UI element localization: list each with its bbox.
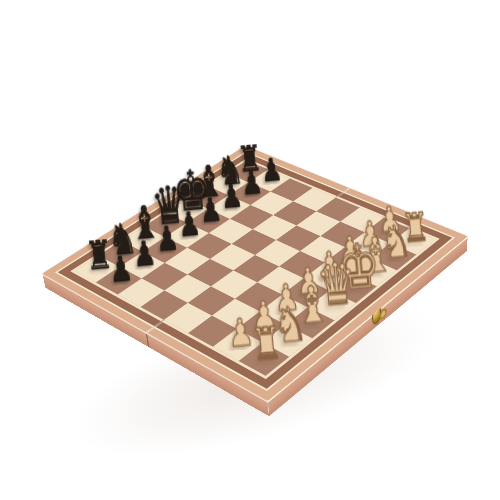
inner-cream-border: ♜♞♝♛♚♝♞♜♟♟♟♟♟♟♟♟♟♟♟♟♟♟♟♟♜♞♝♛♚♝♞♜: [70, 159, 439, 379]
scene: ♜♞♝♛♚♝♞♜♟♟♟♟♟♟♟♟♟♟♟♟♟♟♟♟♜♞♝♛♚♝♞♜: [91, 91, 418, 418]
fold-seam-side: [146, 334, 150, 348]
brown-frame-band: ♜♞♝♛♚♝♞♜♟♟♟♟♟♟♟♟♟♟♟♟♟♟♟♟♜♞♝♛♚♝♞♜: [58, 153, 452, 389]
product-photo: ♜♞♝♛♚♝♞♜♟♟♟♟♟♟♟♟♟♟♟♟♟♟♟♟♜♞♝♛♚♝♞♜: [0, 0, 500, 500]
black-pawn[interactable]: ♟: [103, 250, 138, 288]
board-squares: ♜♞♝♛♚♝♞♜♟♟♟♟♟♟♟♟♟♟♟♟♟♟♟♟♜♞♝♛♚♝♞♜: [75, 161, 436, 376]
white-rook[interactable]: ♜: [247, 321, 287, 368]
pinstripe-frame: ♜♞♝♛♚♝♞♜♟♟♟♟♟♟♟♟♟♟♟♟♟♟♟♟♜♞♝♛♚♝♞♜: [55, 151, 455, 391]
